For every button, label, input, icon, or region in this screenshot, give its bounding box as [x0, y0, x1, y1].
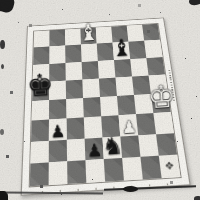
square-a8[interactable] [34, 30, 50, 47]
photocopied-chess-photo: ♝♝♚♚♟♟♟♞❖ [0, 0, 200, 200]
square-e6[interactable] [98, 60, 116, 79]
square-c2[interactable] [67, 138, 86, 161]
table-edge-object [123, 186, 138, 192]
square-f6[interactable] [114, 59, 132, 78]
piece-white-pawn-f3[interactable]: ♟ [121, 118, 137, 136]
piece-black-pawn-d2[interactable]: ♟ [86, 142, 103, 160]
square-d7[interactable] [81, 44, 98, 62]
square-a2[interactable] [30, 140, 48, 163]
square-e2[interactable]: ♞ [102, 136, 122, 159]
board-squares: ♝♝♚♚♟♟♟♞❖ [29, 23, 182, 187]
square-h4[interactable]: ♚ [151, 93, 171, 114]
square-d8[interactable]: ♝ [80, 28, 96, 45]
square-d6[interactable] [82, 61, 99, 80]
corner-artifact-top-right [188, 0, 200, 6]
square-c6[interactable] [65, 62, 82, 81]
square-g1[interactable] [140, 155, 161, 179]
board-scene: ♝♝♚♚♟♟♟♞❖ [12, 2, 188, 198]
square-b8[interactable] [49, 29, 65, 46]
square-h6[interactable] [146, 57, 165, 76]
square-a4[interactable] [32, 100, 50, 121]
square-b1[interactable] [49, 161, 68, 185]
square-d4[interactable] [83, 97, 101, 118]
board-brand-emblem: ❖ [164, 160, 175, 172]
square-c3[interactable] [66, 118, 84, 140]
square-h1[interactable]: ❖ [159, 154, 181, 178]
piece-black-knight-e2[interactable]: ♞ [101, 134, 124, 159]
square-f4[interactable] [117, 95, 136, 116]
left-edge-mark [1, 64, 4, 69]
square-d3[interactable] [84, 117, 103, 139]
square-e1[interactable] [104, 158, 124, 182]
square-a5[interactable]: ♚ [32, 81, 49, 101]
square-f1[interactable] [122, 157, 143, 181]
square-h2[interactable] [156, 133, 177, 156]
square-a7[interactable] [33, 47, 49, 65]
square-h3[interactable] [153, 112, 173, 134]
square-f5[interactable] [115, 76, 134, 96]
square-h8[interactable] [142, 24, 160, 41]
piece-white-bishop-d8[interactable]: ♝ [78, 21, 99, 45]
square-e4[interactable] [100, 96, 119, 117]
square-d1[interactable] [85, 159, 105, 183]
square-c4[interactable] [66, 98, 84, 119]
square-a3[interactable] [31, 120, 49, 142]
square-d5[interactable] [82, 78, 100, 98]
square-b4[interactable] [49, 99, 66, 120]
square-c7[interactable] [65, 45, 81, 63]
left-edge-mark [0, 129, 4, 135]
square-b7[interactable] [49, 46, 65, 64]
piece-white-king-h4[interactable]: ♚ [146, 81, 175, 113]
chess-board: ♝♝♚♚♟♟♟♞❖ [21, 18, 191, 196]
piece-black-bishop-f7[interactable]: ♝ [110, 36, 132, 60]
square-b3[interactable]: ♟ [49, 119, 67, 141]
piece-black-pawn-b3[interactable]: ♟ [49, 123, 65, 141]
square-f7[interactable]: ♝ [113, 42, 131, 60]
square-c1[interactable] [67, 160, 86, 184]
square-b2[interactable] [49, 139, 67, 162]
corner-artifact-bottom-right [194, 196, 200, 200]
left-edge-mark [0, 40, 5, 49]
square-e5[interactable] [99, 77, 117, 97]
square-c5[interactable] [66, 79, 83, 99]
square-h7[interactable] [144, 40, 162, 58]
square-a1[interactable] [30, 162, 49, 186]
piece-black-king-a5[interactable]: ♚ [25, 70, 54, 102]
